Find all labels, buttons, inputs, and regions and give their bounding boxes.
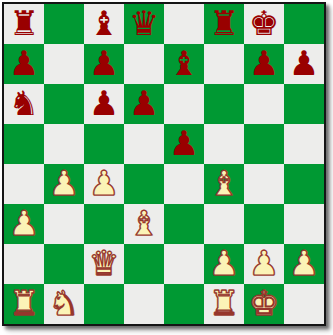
square-d4[interactable] <box>124 164 164 204</box>
piece-white-pawn[interactable]: ♟ <box>9 204 39 243</box>
piece-black-queen[interactable]: ♛ <box>129 4 159 43</box>
square-a2[interactable] <box>4 244 44 284</box>
square-c4[interactable]: ♟ <box>84 164 124 204</box>
square-a4[interactable] <box>4 164 44 204</box>
piece-black-bishop[interactable]: ♝ <box>169 44 199 83</box>
square-h7[interactable]: ♟ <box>284 44 324 84</box>
piece-white-knight[interactable]: ♞ <box>49 284 79 323</box>
square-g2[interactable]: ♟ <box>244 244 284 284</box>
square-c3[interactable] <box>84 204 124 244</box>
chess-board-frame: ♜♝♛♜♚♟♟♝♟♟♞♟♟♟♟♟♝♟♝♛♟♟♟♜♞♜♚ <box>2 2 326 326</box>
square-h8[interactable] <box>284 4 324 44</box>
square-c6[interactable]: ♟ <box>84 84 124 124</box>
square-d6[interactable]: ♟ <box>124 84 164 124</box>
piece-white-pawn[interactable]: ♟ <box>289 244 319 283</box>
piece-black-king[interactable]: ♚ <box>249 4 279 43</box>
square-e7[interactable]: ♝ <box>164 44 204 84</box>
square-a5[interactable] <box>4 124 44 164</box>
square-c7[interactable]: ♟ <box>84 44 124 84</box>
square-a6[interactable]: ♞ <box>4 84 44 124</box>
piece-white-pawn[interactable]: ♟ <box>209 244 239 283</box>
square-b2[interactable] <box>44 244 84 284</box>
chess-board: ♜♝♛♜♚♟♟♝♟♟♞♟♟♟♟♟♝♟♝♛♟♟♟♜♞♜♚ <box>4 4 324 324</box>
square-e2[interactable] <box>164 244 204 284</box>
piece-black-pawn[interactable]: ♟ <box>249 44 279 83</box>
piece-white-pawn[interactable]: ♟ <box>89 164 119 203</box>
piece-white-king[interactable]: ♚ <box>249 284 279 323</box>
piece-white-rook[interactable]: ♜ <box>209 284 239 323</box>
square-h1[interactable] <box>284 284 324 324</box>
square-g6[interactable] <box>244 84 284 124</box>
piece-black-bishop[interactable]: ♝ <box>89 4 119 43</box>
square-b8[interactable] <box>44 4 84 44</box>
piece-black-pawn[interactable]: ♟ <box>289 44 319 83</box>
square-h2[interactable]: ♟ <box>284 244 324 284</box>
square-e6[interactable] <box>164 84 204 124</box>
piece-white-pawn[interactable]: ♟ <box>249 244 279 283</box>
piece-black-rook[interactable]: ♜ <box>209 4 239 43</box>
square-a1[interactable]: ♜ <box>4 284 44 324</box>
square-b1[interactable]: ♞ <box>44 284 84 324</box>
square-d3[interactable]: ♝ <box>124 204 164 244</box>
square-g4[interactable] <box>244 164 284 204</box>
square-f3[interactable] <box>204 204 244 244</box>
square-e3[interactable] <box>164 204 204 244</box>
piece-white-pawn[interactable]: ♟ <box>49 164 79 203</box>
square-e1[interactable] <box>164 284 204 324</box>
square-f1[interactable]: ♜ <box>204 284 244 324</box>
piece-white-bishop[interactable]: ♝ <box>209 164 239 203</box>
square-h6[interactable] <box>284 84 324 124</box>
square-b3[interactable] <box>44 204 84 244</box>
square-c5[interactable] <box>84 124 124 164</box>
square-e4[interactable] <box>164 164 204 204</box>
square-d8[interactable]: ♛ <box>124 4 164 44</box>
square-c8[interactable]: ♝ <box>84 4 124 44</box>
piece-black-pawn[interactable]: ♟ <box>89 44 119 83</box>
square-f4[interactable]: ♝ <box>204 164 244 204</box>
square-d5[interactable] <box>124 124 164 164</box>
piece-black-knight[interactable]: ♞ <box>9 84 39 123</box>
square-g3[interactable] <box>244 204 284 244</box>
piece-black-pawn[interactable]: ♟ <box>9 44 39 83</box>
piece-black-pawn[interactable]: ♟ <box>129 84 159 123</box>
square-a3[interactable]: ♟ <box>4 204 44 244</box>
square-h5[interactable] <box>284 124 324 164</box>
square-a7[interactable]: ♟ <box>4 44 44 84</box>
square-b6[interactable] <box>44 84 84 124</box>
square-a8[interactable]: ♜ <box>4 4 44 44</box>
square-g1[interactable]: ♚ <box>244 284 284 324</box>
piece-white-queen[interactable]: ♛ <box>89 244 119 283</box>
square-g8[interactable]: ♚ <box>244 4 284 44</box>
square-g5[interactable] <box>244 124 284 164</box>
square-f2[interactable]: ♟ <box>204 244 244 284</box>
square-g7[interactable]: ♟ <box>244 44 284 84</box>
square-f6[interactable] <box>204 84 244 124</box>
square-f8[interactable]: ♜ <box>204 4 244 44</box>
square-d7[interactable] <box>124 44 164 84</box>
square-c1[interactable] <box>84 284 124 324</box>
square-d1[interactable] <box>124 284 164 324</box>
piece-black-pawn[interactable]: ♟ <box>169 124 199 163</box>
piece-white-bishop[interactable]: ♝ <box>129 204 159 243</box>
piece-black-rook[interactable]: ♜ <box>9 4 39 43</box>
square-b4[interactable]: ♟ <box>44 164 84 204</box>
page: ♜♝♛♜♚♟♟♝♟♟♞♟♟♟♟♟♝♟♝♛♟♟♟♜♞♜♚ <box>0 0 333 335</box>
piece-black-pawn[interactable]: ♟ <box>89 84 119 123</box>
square-f7[interactable] <box>204 44 244 84</box>
square-f5[interactable] <box>204 124 244 164</box>
square-e5[interactable]: ♟ <box>164 124 204 164</box>
square-h4[interactable] <box>284 164 324 204</box>
square-b7[interactable] <box>44 44 84 84</box>
piece-white-rook[interactable]: ♜ <box>9 284 39 323</box>
square-c2[interactable]: ♛ <box>84 244 124 284</box>
square-b5[interactable] <box>44 124 84 164</box>
square-h3[interactable] <box>284 204 324 244</box>
square-d2[interactable] <box>124 244 164 284</box>
square-e8[interactable] <box>164 4 204 44</box>
